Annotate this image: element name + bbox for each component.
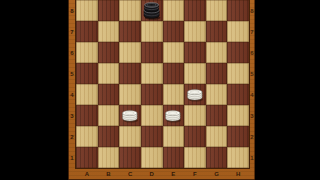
square-c4[interactable] (119, 84, 141, 105)
square-b1[interactable] (98, 147, 120, 168)
coord-label: 8 (249, 0, 255, 21)
square-b6[interactable] (98, 42, 120, 63)
square-g8[interactable] (206, 0, 228, 21)
square-b7[interactable] (98, 21, 120, 42)
square-f3[interactable] (184, 105, 206, 126)
white-man-piece[interactable] (186, 86, 203, 101)
square-g3[interactable] (206, 105, 228, 126)
square-c1[interactable] (119, 147, 141, 168)
square-h7[interactable] (227, 21, 249, 42)
square-c6[interactable] (119, 42, 141, 63)
square-f8[interactable] (184, 0, 206, 21)
square-f7[interactable] (184, 21, 206, 42)
square-a7[interactable] (76, 21, 98, 42)
coord-label: E (163, 168, 185, 180)
square-h8[interactable] (227, 0, 249, 21)
square-g4[interactable] (206, 84, 228, 105)
square-c7[interactable] (119, 21, 141, 42)
square-g6[interactable] (206, 42, 228, 63)
coord-label: 7 (68, 21, 76, 42)
coord-label: 2 (249, 126, 255, 147)
coord-label: 5 (249, 63, 255, 84)
screen: 87654321 87654321 ABCDEFGH (0, 0, 320, 180)
square-g5[interactable] (206, 63, 228, 84)
coord-label: 6 (249, 42, 255, 63)
square-h3[interactable] (227, 105, 249, 126)
square-d1[interactable] (141, 147, 163, 168)
coord-label: F (184, 168, 206, 180)
rank-labels-right: 87654321 (249, 0, 255, 168)
square-e7[interactable] (163, 21, 185, 42)
square-e8[interactable] (163, 0, 185, 21)
square-b8[interactable] (98, 0, 120, 21)
coord-label: 8 (68, 0, 76, 21)
coord-label: 5 (68, 63, 76, 84)
square-f1[interactable] (184, 147, 206, 168)
coord-label: H (227, 168, 249, 180)
white-man-piece[interactable] (165, 107, 182, 122)
square-f6[interactable] (184, 42, 206, 63)
coord-label: C (119, 168, 141, 180)
square-d3[interactable] (141, 105, 163, 126)
square-a8[interactable] (76, 0, 98, 21)
square-h1[interactable] (227, 147, 249, 168)
square-h2[interactable] (227, 126, 249, 147)
square-a3[interactable] (76, 105, 98, 126)
square-a6[interactable] (76, 42, 98, 63)
coord-label: 1 (249, 147, 255, 168)
square-d6[interactable] (141, 42, 163, 63)
coord-label: 4 (68, 84, 76, 105)
square-a1[interactable] (76, 147, 98, 168)
black-king-piece[interactable] (143, 0, 161, 20)
square-d4[interactable] (141, 84, 163, 105)
checkers-board: 87654321 87654321 ABCDEFGH (68, 0, 255, 180)
coord-label: 1 (68, 147, 76, 168)
square-d5[interactable] (141, 63, 163, 84)
square-g2[interactable] (206, 126, 228, 147)
coord-label: 6 (68, 42, 76, 63)
square-d2[interactable] (141, 126, 163, 147)
white-man-piece[interactable] (122, 107, 139, 122)
square-e6[interactable] (163, 42, 185, 63)
square-a4[interactable] (76, 84, 98, 105)
coord-label: 2 (68, 126, 76, 147)
coord-label: 3 (68, 105, 76, 126)
square-e4[interactable] (163, 84, 185, 105)
coord-label: A (76, 168, 98, 180)
square-h5[interactable] (227, 63, 249, 84)
coord-label: 7 (249, 21, 255, 42)
square-b3[interactable] (98, 105, 120, 126)
square-b5[interactable] (98, 63, 120, 84)
square-h4[interactable] (227, 84, 249, 105)
square-a5[interactable] (76, 63, 98, 84)
square-e2[interactable] (163, 126, 185, 147)
file-labels-bottom: ABCDEFGH (76, 168, 249, 180)
square-g1[interactable] (206, 147, 228, 168)
coord-label: B (98, 168, 120, 180)
square-a2[interactable] (76, 126, 98, 147)
square-c5[interactable] (119, 63, 141, 84)
coord-label: 3 (249, 105, 255, 126)
coord-label: D (141, 168, 163, 180)
square-e5[interactable] (163, 63, 185, 84)
board-grid (76, 0, 249, 168)
square-d7[interactable] (141, 21, 163, 42)
square-c2[interactable] (119, 126, 141, 147)
coord-label: G (206, 168, 228, 180)
square-b4[interactable] (98, 84, 120, 105)
square-c8[interactable] (119, 0, 141, 21)
coord-label: 4 (249, 84, 255, 105)
square-g7[interactable] (206, 21, 228, 42)
rank-labels-left: 87654321 (68, 0, 76, 168)
square-h6[interactable] (227, 42, 249, 63)
square-f5[interactable] (184, 63, 206, 84)
square-f2[interactable] (184, 126, 206, 147)
square-b2[interactable] (98, 126, 120, 147)
square-e1[interactable] (163, 147, 185, 168)
